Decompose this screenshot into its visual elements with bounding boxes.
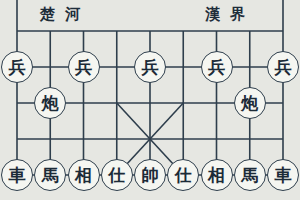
piece-character: 兵 xyxy=(75,59,92,76)
piece-character: 帥 xyxy=(142,167,159,184)
piece-red-soldier-file1[interactable]: 兵 xyxy=(1,51,33,83)
piece-character: 仕 xyxy=(108,167,125,184)
river-label-chu-he: 楚河 xyxy=(40,5,90,23)
xiangqi-board: 楚河 漢界 兵兵兵兵兵炮炮車馬相仕帥仕相馬車 xyxy=(0,0,300,200)
piece-character: 相 xyxy=(75,167,92,184)
piece-character: 馬 xyxy=(241,167,258,184)
piece-red-soldier-file9[interactable]: 兵 xyxy=(267,51,299,83)
piece-character: 兵 xyxy=(142,59,159,76)
piece-red-advisor-file4[interactable]: 仕 xyxy=(101,159,133,191)
piece-character: 炮 xyxy=(241,95,258,112)
piece-character: 仕 xyxy=(175,167,192,184)
piece-red-cannon-file8[interactable]: 炮 xyxy=(234,87,266,119)
piece-red-advisor-file6[interactable]: 仕 xyxy=(167,159,199,191)
piece-red-chariot-file9[interactable]: 車 xyxy=(267,159,299,191)
river-label-han-jie: 漢界 xyxy=(205,5,255,23)
piece-character: 兵 xyxy=(9,59,26,76)
piece-red-horse-file2[interactable]: 馬 xyxy=(34,159,66,191)
piece-red-soldier-file3[interactable]: 兵 xyxy=(68,51,100,83)
piece-character: 相 xyxy=(208,167,225,184)
piece-red-chariot-file1[interactable]: 車 xyxy=(1,159,33,191)
piece-red-elephant-file3[interactable]: 相 xyxy=(68,159,100,191)
piece-red-elephant-file7[interactable]: 相 xyxy=(201,159,233,191)
piece-character: 兵 xyxy=(275,59,292,76)
piece-character: 炮 xyxy=(42,95,59,112)
piece-red-soldier-file7[interactable]: 兵 xyxy=(201,51,233,83)
piece-character: 車 xyxy=(9,167,26,184)
piece-character: 馬 xyxy=(42,167,59,184)
piece-red-soldier-file5[interactable]: 兵 xyxy=(134,51,166,83)
piece-red-horse-file8[interactable]: 馬 xyxy=(234,159,266,191)
piece-character: 車 xyxy=(275,167,292,184)
piece-red-cannon-file2[interactable]: 炮 xyxy=(34,87,66,119)
piece-character: 兵 xyxy=(208,59,225,76)
piece-red-general-file5[interactable]: 帥 xyxy=(134,159,166,191)
